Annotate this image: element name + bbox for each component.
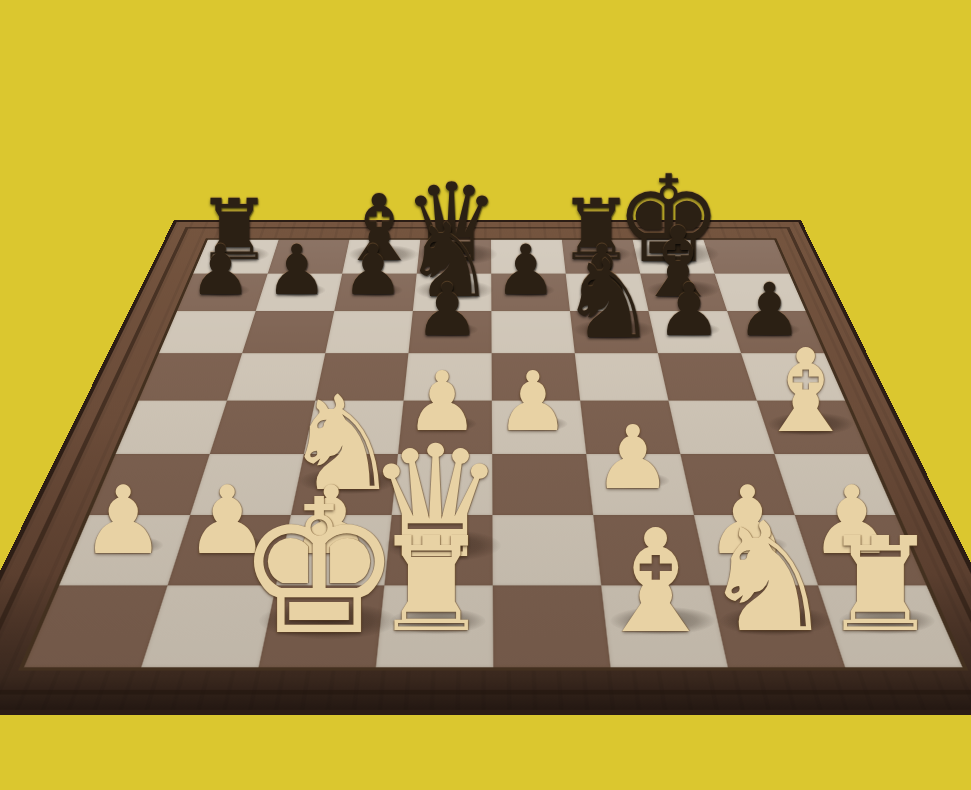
white-knight-icon: ♞: [700, 508, 836, 652]
chess-3d-scene: ♜♝♛♜♚♟♟♟♞♟♟♝♟♞♟♟♟♟♝♞♟♟♟♟♛♟♟♚♜♝♞♜: [0, 0, 971, 790]
square-a6[interactable]: [159, 311, 256, 353]
black-knight-icon: ♞: [560, 247, 657, 350]
black-pawn-icon: ♟: [495, 238, 557, 304]
white-rook-icon: ♜: [373, 524, 490, 648]
black-pawn-icon: ♟: [266, 238, 328, 304]
black-pawn-icon: ♟: [190, 238, 252, 304]
square-g5[interactable]: [658, 353, 757, 400]
square-e3[interactable]: [492, 454, 593, 515]
square-c6[interactable]: [325, 311, 413, 353]
black-pawn-icon: ♟: [656, 275, 721, 344]
square-b6[interactable]: [242, 311, 334, 353]
white-rook-icon: ♜: [822, 524, 939, 648]
white-bishop-icon: ♝: [754, 337, 857, 447]
square-a4[interactable]: [116, 401, 227, 454]
white-pawn-icon: ♟: [594, 416, 673, 499]
white-pawn-icon: ♟: [496, 363, 570, 441]
black-pawn-icon: ♟: [342, 238, 404, 304]
white-pawn-icon: ♟: [81, 476, 165, 566]
square-e2[interactable]: [492, 515, 601, 585]
black-pawn-icon: ♟: [414, 275, 479, 344]
square-a5[interactable]: [139, 353, 242, 400]
